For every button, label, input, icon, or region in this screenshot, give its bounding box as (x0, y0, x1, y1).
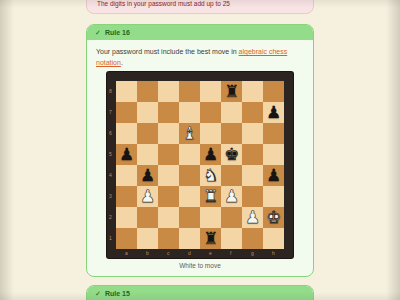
square-d7 (179, 102, 200, 123)
rank-label-1: 1 (109, 236, 112, 241)
square-g6 (242, 123, 263, 144)
square-g7 (242, 102, 263, 123)
file-label-f: f (230, 251, 231, 256)
rule-16-body: Your password must include the best move… (87, 40, 313, 276)
square-h2: ♚ (263, 207, 284, 228)
file-label-b: b (146, 251, 149, 256)
square-g2: ♟ (242, 207, 263, 228)
piece-white-pawn: ♟ (224, 186, 239, 207)
square-e4: ♞ (200, 165, 221, 186)
failed-rule-text: The digits in your password must add up … (97, 0, 230, 8)
piece-white-pawn: ♟ (140, 186, 155, 207)
square-c5 (158, 144, 179, 165)
square-f8: ♜ (221, 81, 242, 102)
rank-label-8: 8 (109, 89, 112, 94)
rank-label-6: 6 (109, 131, 112, 136)
square-f5: ♚ (221, 144, 242, 165)
file-label-e: e (209, 251, 212, 256)
square-g8 (242, 81, 263, 102)
rank-label-2: 2 (109, 215, 112, 220)
square-b6 (137, 123, 158, 144)
rank-label-5: 5 (109, 152, 112, 157)
rank-label-4: 4 (109, 173, 112, 178)
piece-black-pawn: ♟ (119, 144, 134, 165)
square-a6 (116, 123, 137, 144)
square-e2 (200, 207, 221, 228)
square-d2 (179, 207, 200, 228)
chess-board: ♜♟♝♟♟♚♟♞♟♟♜♟♟♚♜ (116, 81, 284, 249)
square-f4 (221, 165, 242, 186)
rule-15-card: ✓ Rule 15 (86, 285, 314, 300)
square-e6 (200, 123, 221, 144)
square-b5 (137, 144, 158, 165)
square-e3: ♜ (200, 186, 221, 207)
square-f1 (221, 228, 242, 249)
file-label-g: g (251, 251, 254, 256)
rule-16-card: ✓ Rule 16 Your password must include the… (86, 24, 314, 277)
file-label-h: h (272, 251, 275, 256)
rule-16-label: Rule 16 (105, 29, 130, 37)
square-b3: ♟ (137, 186, 158, 207)
rank-label-3: 3 (109, 194, 112, 199)
password-game-page: The digits in your password must add up … (0, 0, 400, 300)
square-a3 (116, 186, 137, 207)
square-b7 (137, 102, 158, 123)
square-h8 (263, 81, 284, 102)
piece-black-rook: ♜ (224, 81, 239, 102)
rank-label-7: 7 (109, 110, 112, 115)
checkmark-icon: ✓ (95, 29, 101, 37)
square-a8 (116, 81, 137, 102)
square-c8 (158, 81, 179, 102)
square-f6 (221, 123, 242, 144)
square-b4: ♟ (137, 165, 158, 186)
square-a4 (116, 165, 137, 186)
square-a1 (116, 228, 137, 249)
rule-16-text-period: . (121, 59, 123, 66)
square-f7 (221, 102, 242, 123)
square-g1 (242, 228, 263, 249)
square-c1 (158, 228, 179, 249)
square-c6 (158, 123, 179, 144)
square-a2 (116, 207, 137, 228)
square-g5 (242, 144, 263, 165)
square-c7 (158, 102, 179, 123)
square-e5: ♟ (200, 144, 221, 165)
square-d4 (179, 165, 200, 186)
square-h6 (263, 123, 284, 144)
piece-white-king: ♚ (266, 207, 281, 228)
rule-15-label: Rule 15 (105, 290, 130, 298)
file-label-a: a (125, 251, 128, 256)
piece-white-knight: ♞ (203, 165, 218, 186)
square-d5 (179, 144, 200, 165)
square-h1 (263, 228, 284, 249)
square-g3 (242, 186, 263, 207)
square-b8 (137, 81, 158, 102)
rule-16-text: Your password must include the best move… (96, 46, 304, 68)
rule-16-text-plain: Your password must include the best move… (96, 48, 239, 55)
square-d6: ♝ (179, 123, 200, 144)
square-f2 (221, 207, 242, 228)
chess-board-wrap: ♜♟♝♟♟♚♟♞♟♟♜♟♟♚♜ 8a7b6c5d4e3f2g1h (107, 72, 293, 258)
square-b1 (137, 228, 158, 249)
rule-15-header: ✓ Rule 15 (87, 286, 313, 300)
piece-black-rook: ♜ (203, 228, 218, 249)
board-caption: White to move (96, 262, 304, 269)
checkmark-icon: ✓ (95, 290, 101, 298)
square-h7: ♟ (263, 102, 284, 123)
piece-black-pawn: ♟ (266, 165, 281, 186)
square-e1: ♜ (200, 228, 221, 249)
piece-white-pawn: ♟ (245, 207, 260, 228)
rule-16-header: ✓ Rule 16 (87, 25, 313, 40)
chess-board-frame: ♜♟♝♟♟♚♟♞♟♟♜♟♟♚♜ 8a7b6c5d4e3f2g1h (107, 72, 293, 258)
file-label-c: c (167, 251, 170, 256)
piece-black-pawn: ♟ (140, 165, 155, 186)
piece-white-bishop: ♝ (182, 123, 197, 144)
file-label-d: d (188, 251, 191, 256)
square-c3 (158, 186, 179, 207)
failed-rule-card: The digits in your password must add up … (86, 0, 314, 14)
square-f3: ♟ (221, 186, 242, 207)
square-d1 (179, 228, 200, 249)
square-c4 (158, 165, 179, 186)
square-h3 (263, 186, 284, 207)
piece-white-rook: ♜ (203, 186, 218, 207)
square-h5 (263, 144, 284, 165)
square-d8 (179, 81, 200, 102)
square-a7 (116, 102, 137, 123)
piece-black-pawn: ♟ (266, 102, 281, 123)
square-h4: ♟ (263, 165, 284, 186)
square-a5: ♟ (116, 144, 137, 165)
piece-black-pawn: ♟ (203, 144, 218, 165)
piece-black-king: ♚ (224, 144, 239, 165)
square-g4 (242, 165, 263, 186)
square-c2 (158, 207, 179, 228)
square-e7 (200, 102, 221, 123)
square-b2 (137, 207, 158, 228)
square-d3 (179, 186, 200, 207)
square-e8 (200, 81, 221, 102)
